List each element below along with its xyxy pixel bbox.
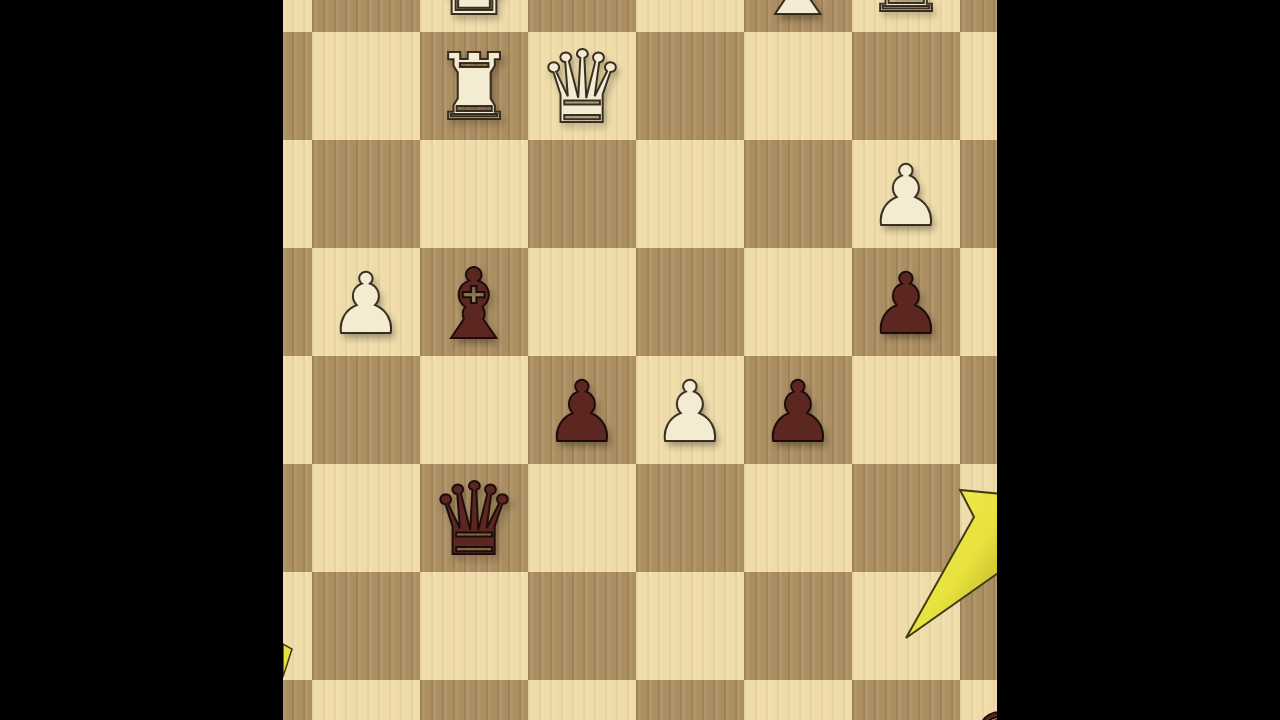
- white-bishop: ♝: [755, 0, 842, 29]
- square-b3[interactable]: ♟: [852, 140, 960, 248]
- square-c3[interactable]: [744, 140, 852, 248]
- square-b1[interactable]: ♜: [852, 0, 960, 32]
- white-pawn: ♟: [328, 262, 403, 346]
- square-d5[interactable]: ♟: [636, 356, 744, 464]
- white-king: ♚: [429, 0, 519, 30]
- square-f8[interactable]: [420, 680, 528, 720]
- square-f5[interactable]: [420, 356, 528, 464]
- square-f2[interactable]: ♜: [420, 32, 528, 140]
- square-f1[interactable]: ♚: [420, 0, 528, 32]
- square-g8[interactable]: [312, 680, 420, 720]
- black-pawn: ♟: [760, 370, 835, 454]
- square-g3[interactable]: [312, 140, 420, 248]
- square-d1[interactable]: [636, 0, 744, 32]
- black-pawn: ♟: [868, 262, 943, 346]
- square-e2[interactable]: ♛: [528, 32, 636, 140]
- square-g1[interactable]: [312, 0, 420, 32]
- white-queen: ♛: [537, 38, 627, 138]
- black-queen: ♛: [429, 470, 519, 570]
- square-c1[interactable]: ♝: [744, 0, 852, 32]
- pillarbox-bar-left: [0, 0, 283, 720]
- white-rook: ♜: [433, 42, 515, 134]
- square-b5[interactable]: [852, 356, 960, 464]
- pillarbox-bar-right: [997, 0, 1280, 720]
- square-d7[interactable]: [636, 572, 744, 680]
- square-e7[interactable]: [528, 572, 636, 680]
- square-b4[interactable]: ♟: [852, 248, 960, 356]
- square-c6[interactable]: [744, 464, 852, 572]
- square-d3[interactable]: [636, 140, 744, 248]
- square-c2[interactable]: [744, 32, 852, 140]
- square-g7[interactable]: [312, 572, 420, 680]
- square-d2[interactable]: [636, 32, 744, 140]
- chess-board: ♚♝♜♜♛♟♟♝♟♟♟♟♛♟♚: [204, 0, 1068, 720]
- square-e5[interactable]: ♟: [528, 356, 636, 464]
- square-g2[interactable]: [312, 32, 420, 140]
- square-c8[interactable]: [744, 680, 852, 720]
- square-b8[interactable]: [852, 680, 960, 720]
- black-bishop: ♝: [431, 256, 518, 353]
- square-f7[interactable]: [420, 572, 528, 680]
- square-c4[interactable]: [744, 248, 852, 356]
- square-c5[interactable]: ♟: [744, 356, 852, 464]
- square-e1[interactable]: [528, 0, 636, 32]
- square-e6[interactable]: [528, 464, 636, 572]
- video-frame: ♚♝♜♜♛♟♟♝♟♟♟♟♛♟♚: [0, 0, 1280, 720]
- square-g4[interactable]: ♟: [312, 248, 420, 356]
- square-b7[interactable]: [852, 572, 960, 680]
- square-b2[interactable]: [852, 32, 960, 140]
- square-c7[interactable]: [744, 572, 852, 680]
- square-e8[interactable]: [528, 680, 636, 720]
- square-g5[interactable]: [312, 356, 420, 464]
- square-d6[interactable]: [636, 464, 744, 572]
- square-f4[interactable]: ♝: [420, 248, 528, 356]
- square-e4[interactable]: [528, 248, 636, 356]
- white-rook: ♜: [865, 0, 947, 26]
- white-pawn: ♟: [868, 154, 943, 238]
- white-pawn: ♟: [652, 370, 727, 454]
- square-d8[interactable]: [636, 680, 744, 720]
- square-b6[interactable]: [852, 464, 960, 572]
- square-f6[interactable]: ♛: [420, 464, 528, 572]
- square-g6[interactable]: [312, 464, 420, 572]
- square-d4[interactable]: [636, 248, 744, 356]
- black-pawn: ♟: [544, 370, 619, 454]
- square-f3[interactable]: [420, 140, 528, 248]
- square-e3[interactable]: [528, 140, 636, 248]
